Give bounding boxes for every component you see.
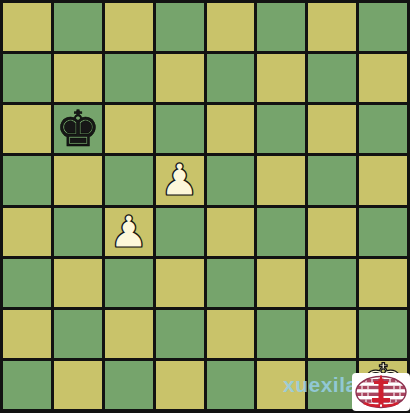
square-c1	[105, 361, 153, 409]
square-f5	[257, 156, 305, 204]
square-d8	[156, 3, 204, 51]
square-d7	[156, 54, 204, 102]
square-h7	[359, 54, 407, 102]
square-e8	[207, 3, 255, 51]
square-g3	[308, 259, 356, 307]
square-g4	[308, 208, 356, 256]
square-b4	[54, 208, 102, 256]
square-d5: ♟	[156, 156, 204, 204]
square-d6	[156, 105, 204, 153]
square-a5	[3, 156, 51, 204]
square-h8	[359, 3, 407, 51]
square-e6	[207, 105, 255, 153]
square-b8	[54, 3, 102, 51]
square-g2	[308, 310, 356, 358]
square-h4	[359, 208, 407, 256]
square-h5	[359, 156, 407, 204]
square-b5	[54, 156, 102, 204]
square-e5	[207, 156, 255, 204]
square-d3	[156, 259, 204, 307]
square-b7	[54, 54, 102, 102]
square-e3	[207, 259, 255, 307]
square-c4: ♟	[105, 208, 153, 256]
globe-logo-icon	[353, 374, 409, 410]
square-a7	[3, 54, 51, 102]
square-h6	[359, 105, 407, 153]
square-a8	[3, 3, 51, 51]
square-c5	[105, 156, 153, 204]
square-h3	[359, 259, 407, 307]
square-a3	[3, 259, 51, 307]
black-king-piece: ♚	[54, 105, 102, 153]
square-b6: ♚	[54, 105, 102, 153]
square-a4	[3, 208, 51, 256]
square-f2	[257, 310, 305, 358]
square-e2	[207, 310, 255, 358]
square-a2	[3, 310, 51, 358]
chess-diagram: ♚♟♟♚ xuexila.	[0, 0, 410, 413]
square-c2	[105, 310, 153, 358]
square-g6	[308, 105, 356, 153]
square-b2	[54, 310, 102, 358]
white-pawn-piece: ♟	[105, 208, 153, 256]
chessboard-grid: ♚♟♟♚	[0, 0, 410, 413]
square-c3	[105, 259, 153, 307]
square-d2	[156, 310, 204, 358]
square-c8	[105, 3, 153, 51]
square-f3	[257, 259, 305, 307]
square-d4	[156, 208, 204, 256]
square-a6	[3, 105, 51, 153]
square-c6	[105, 105, 153, 153]
square-e1	[207, 361, 255, 409]
square-e4	[207, 208, 255, 256]
square-a1	[3, 361, 51, 409]
square-c7	[105, 54, 153, 102]
square-f6	[257, 105, 305, 153]
white-pawn-piece: ♟	[156, 156, 204, 204]
square-e7	[207, 54, 255, 102]
square-g7	[308, 54, 356, 102]
square-f4	[257, 208, 305, 256]
watermark-logo	[352, 373, 410, 411]
square-g8	[308, 3, 356, 51]
square-f7	[257, 54, 305, 102]
square-h2	[359, 310, 407, 358]
square-f8	[257, 3, 305, 51]
square-b3	[54, 259, 102, 307]
square-b1	[54, 361, 102, 409]
square-d1	[156, 361, 204, 409]
square-g5	[308, 156, 356, 204]
